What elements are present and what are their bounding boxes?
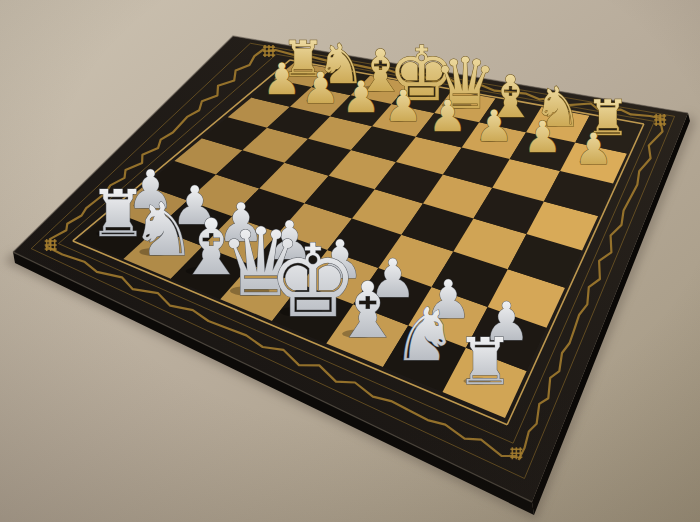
chess-photo-svg: ♜♞♝♟♚♟♛♟♝♟♞♟♜♟♟♟♟♟♜♟♞♟♝♟♛♟♚♟♝♟♞♜	[0, 0, 700, 522]
vignette	[0, 0, 700, 522]
chess-set-photo: ♜♞♝♟♚♟♛♟♝♟♞♟♜♟♟♟♟♟♜♟♞♟♝♟♛♟♚♟♝♟♞♜	[0, 0, 700, 522]
